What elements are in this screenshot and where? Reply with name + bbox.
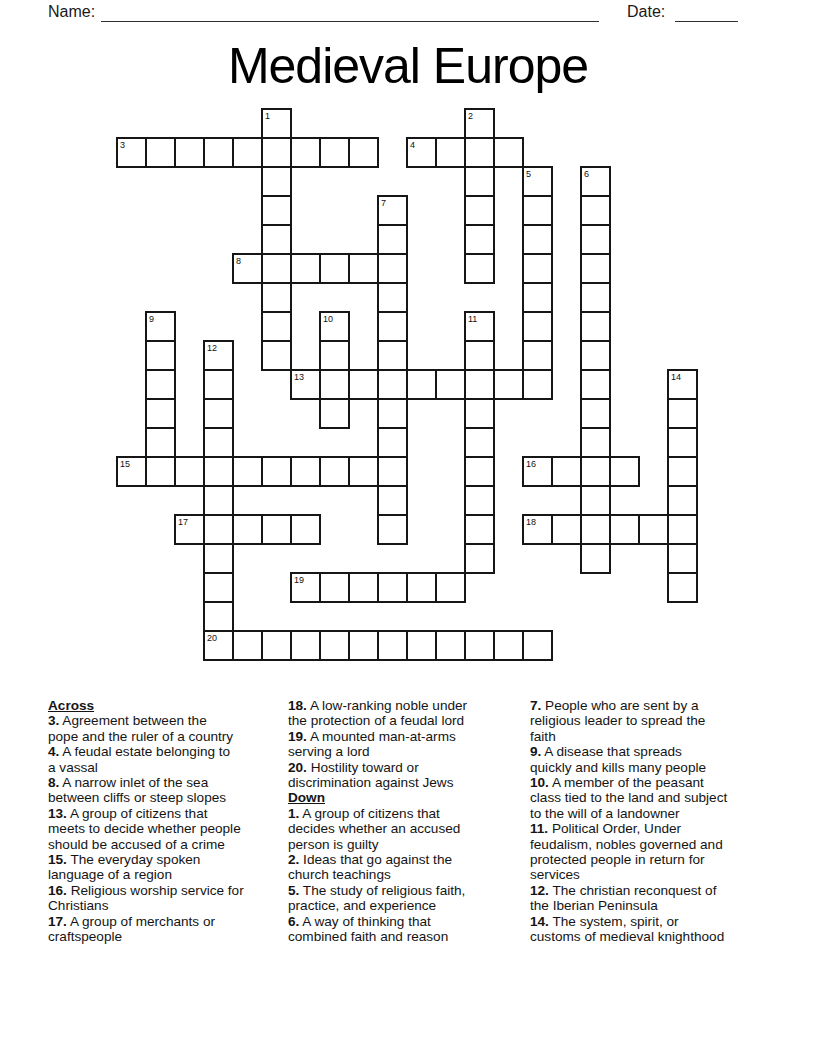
cell-clue-number: 11 [468,314,477,324]
grid-cell[interactable] [464,166,495,197]
grid-cell[interactable] [667,485,698,516]
grid-cell[interactable] [319,253,350,284]
grid-cell[interactable] [464,543,495,574]
grid-cell[interactable] [348,456,379,487]
grid-cell[interactable] [580,195,611,226]
grid-cell[interactable] [377,456,408,487]
across-header: Across [48,698,300,713]
worksheet-page: Name: Date: Medieval Europe 123456789101… [0,0,816,1056]
grid-cell[interactable] [377,514,408,545]
clue-across-18: 18. A low-ranking noble underthe protect… [288,698,536,729]
grid-cell[interactable] [203,456,234,487]
cell-clue-number: 5 [526,169,531,179]
grid-cell[interactable]: 11 [464,311,495,342]
grid-cell[interactable] [319,456,350,487]
grid-cell[interactable] [522,630,553,661]
grid-cell[interactable] [522,253,553,284]
grid-cell[interactable] [261,340,292,371]
grid-cell[interactable] [667,456,698,487]
grid-cell[interactable] [667,514,698,545]
grid-cell[interactable] [464,137,495,168]
grid-cell[interactable]: 7 [377,195,408,226]
clue-down-1: 1. A group of citizens thatdecides wheth… [288,806,536,852]
grid-cell[interactable] [406,572,437,603]
grid-cell[interactable] [145,369,176,400]
grid-cell[interactable] [580,253,611,284]
grid-cell[interactable]: 14 [667,369,698,400]
grid-cell[interactable] [145,137,176,168]
grid-cell[interactable] [261,282,292,313]
cell-clue-number: 19 [294,575,304,585]
grid-cell[interactable] [522,369,553,400]
puzzle-title: Medieval Europe [0,40,816,92]
grid-cell[interactable] [609,514,640,545]
clue-across-13: 13. A group of citizens thatmeets to dec… [48,806,300,852]
grid-cell[interactable] [522,282,553,313]
grid-cell[interactable]: 9 [145,311,176,342]
clue-across-3: 3. Agreement between thepope and the rul… [48,713,300,744]
grid-cell[interactable] [522,195,553,226]
down-header: Down [288,790,536,805]
clue-down-2: 2. Ideas that go against thechurch teach… [288,852,536,883]
grid-cell[interactable]: 1 [261,108,292,139]
grid-cell[interactable] [580,398,611,429]
cell-clue-number: 1 [265,111,270,121]
grid-cell[interactable] [551,514,582,545]
crossword-grid: 1234567891011121314151617181920 [116,108,700,663]
clue-across-4: 4. A feudal estate belonging toa vassal [48,744,300,775]
grid-cell[interactable] [667,427,698,458]
grid-cell[interactable] [580,224,611,255]
grid-cell[interactable] [348,137,379,168]
grid-cell[interactable] [290,456,321,487]
grid-cell[interactable] [609,456,640,487]
cell-clue-number: 10 [323,314,333,324]
clue-down-11: 11. Political Order, Underfeudalism, nob… [530,821,792,883]
grid-cell[interactable] [406,369,437,400]
grid-cell[interactable] [464,514,495,545]
grid-cell[interactable] [319,572,350,603]
grid-cell[interactable]: 13 [290,369,321,400]
grid-cell[interactable] [290,253,321,284]
grid-cell[interactable] [377,253,408,284]
grid-cell[interactable] [522,311,553,342]
grid-cell[interactable] [522,224,553,255]
grid-cell[interactable] [464,253,495,284]
grid-cell[interactable] [435,369,466,400]
grid-cell[interactable] [174,137,205,168]
grid-cell[interactable] [348,253,379,284]
grid-cell[interactable] [348,369,379,400]
grid-cell[interactable] [464,398,495,429]
grid-cell[interactable] [493,369,524,400]
grid-cell[interactable] [580,282,611,313]
grid-cell[interactable]: 20 [203,630,234,661]
cell-clue-number: 6 [584,169,589,179]
cell-clue-number: 18 [526,517,536,527]
clue-down-7: 7. People who are sent by areligious lea… [530,698,792,744]
grid-cell[interactable] [174,456,205,487]
grid-cell[interactable] [377,398,408,429]
grid-cell[interactable] [377,340,408,371]
clue-across-16: 16. Religious worship service forChristi… [48,883,300,914]
grid-cell[interactable] [145,340,176,371]
cell-clue-number: 15 [120,459,130,469]
grid-cell[interactable] [580,369,611,400]
grid-cell[interactable] [580,456,611,487]
grid-cell[interactable] [464,630,495,661]
grid-cell[interactable] [261,224,292,255]
grid-cell[interactable] [290,630,321,661]
cell-clue-number: 20 [207,633,217,643]
grid-cell[interactable] [145,456,176,487]
grid-cell[interactable] [232,514,263,545]
grid-cell[interactable] [464,485,495,516]
grid-cell[interactable] [145,398,176,429]
grid-cell[interactable] [290,137,321,168]
grid-cell[interactable] [203,427,234,458]
clue-across-19: 19. A mounted man-at-armsserving a lord [288,729,536,760]
cell-clue-number: 9 [149,314,154,324]
grid-cell[interactable] [203,369,234,400]
clue-down-5: 5. The study of religious faith,practice… [288,883,536,914]
grid-cell[interactable] [261,514,292,545]
cell-clue-number: 14 [671,372,681,382]
grid-cell[interactable]: 6 [580,166,611,197]
grid-cell[interactable]: 15 [116,456,147,487]
grid-cell[interactable] [667,543,698,574]
grid-cell[interactable] [261,166,292,197]
grid-cell[interactable]: 3 [116,137,147,168]
clue-down-12: 12. The christian reconquest ofthe Iberi… [530,883,792,914]
clue-down-10: 10. A member of the peasantclass tied to… [530,775,792,821]
grid-cell[interactable] [377,485,408,516]
grid-cell[interactable] [667,398,698,429]
grid-cell[interactable]: 17 [174,514,205,545]
date-label: Date: [627,3,665,21]
grid-cell[interactable] [377,311,408,342]
grid-cell[interactable] [377,572,408,603]
grid-cell[interactable] [377,224,408,255]
grid-cell[interactable] [348,630,379,661]
grid-cell[interactable] [464,369,495,400]
clue-down-9: 9. A disease that spreadsquickly and kil… [530,744,792,775]
grid-cell[interactable] [580,514,611,545]
grid-cell[interactable] [377,630,408,661]
grid-cell[interactable] [261,456,292,487]
date-input-line[interactable] [675,6,738,22]
grid-cell[interactable] [203,601,234,632]
grid-cell[interactable]: 12 [203,340,234,371]
cell-clue-number: 13 [294,372,304,382]
grid-cell[interactable] [232,630,263,661]
name-input-line[interactable] [101,6,599,22]
cell-clue-number: 12 [207,343,217,353]
grid-cell[interactable]: 4 [406,137,437,168]
grid-cell[interactable]: 8 [232,253,263,284]
clue-across-8: 8. A narrow inlet of the seabetween clif… [48,775,300,806]
grid-cell[interactable] [377,282,408,313]
clue-column-down: 7. People who are sent by areligious lea… [530,698,792,945]
grid-cell[interactable] [319,398,350,429]
grid-cell[interactable] [319,137,350,168]
grid-cell[interactable] [493,137,524,168]
grid-cell[interactable] [261,195,292,226]
clue-across-20: 20. Hostility toward ordiscrimination ag… [288,760,536,791]
grid-cell[interactable] [261,630,292,661]
clue-column-middle: 18. A low-ranking noble underthe protect… [288,698,536,945]
grid-cell[interactable] [580,485,611,516]
grid-cell[interactable]: 19 [290,572,321,603]
clue-across-15: 15. The everyday spokenlanguage of a reg… [48,852,300,883]
grid-cell[interactable] [348,572,379,603]
grid-cell[interactable] [435,572,466,603]
name-label: Name: [48,3,95,21]
grid-cell[interactable] [203,485,234,516]
grid-cell[interactable] [464,195,495,226]
grid-cell[interactable] [232,137,263,168]
grid-cell[interactable] [435,137,466,168]
grid-cell[interactable] [203,543,234,574]
grid-cell[interactable] [290,514,321,545]
grid-cell[interactable] [203,514,234,545]
grid-cell[interactable] [580,543,611,574]
grid-cell[interactable] [580,427,611,458]
grid-cell[interactable]: 18 [522,514,553,545]
grid-cell[interactable] [232,456,263,487]
clue-column-across: Across3. Agreement between thepope and t… [48,698,300,945]
cell-clue-number: 17 [178,517,188,527]
grid-cell[interactable] [464,224,495,255]
grid-cell[interactable] [319,369,350,400]
grid-cell[interactable] [638,514,669,545]
grid-cell[interactable] [203,137,234,168]
grid-cell[interactable] [580,340,611,371]
cell-clue-number: 4 [410,140,415,150]
clue-down-14: 14. The system, spirit, orcustoms of med… [530,914,792,945]
grid-cell[interactable] [464,427,495,458]
grid-cell[interactable] [435,630,466,661]
grid-cell[interactable]: 2 [464,108,495,139]
grid-cell[interactable] [377,369,408,400]
clue-across-17: 17. A group of merchants orcraftspeople [48,914,300,945]
grid-cell[interactable] [464,340,495,371]
grid-cell[interactable] [261,253,292,284]
cell-clue-number: 8 [236,256,241,266]
cell-clue-number: 16 [526,459,536,469]
grid-cell[interactable]: 10 [319,311,350,342]
cell-clue-number: 3 [120,140,125,150]
grid-cell[interactable] [261,311,292,342]
grid-cell[interactable] [551,456,582,487]
grid-cell[interactable] [667,572,698,603]
grid-cell[interactable] [580,311,611,342]
grid-cell[interactable] [493,630,524,661]
grid-cell[interactable] [261,137,292,168]
grid-cell[interactable] [319,630,350,661]
grid-cell[interactable] [203,572,234,603]
grid-cell[interactable] [377,427,408,458]
clue-down-6: 6. A way of thinking thatcombined faith … [288,914,536,945]
grid-cell[interactable] [406,630,437,661]
grid-cell[interactable] [319,340,350,371]
grid-cell[interactable] [145,427,176,458]
grid-cell[interactable] [203,398,234,429]
grid-cell[interactable]: 16 [522,456,553,487]
grid-cell[interactable] [522,340,553,371]
grid-cell[interactable]: 5 [522,166,553,197]
cell-clue-number: 7 [381,198,386,208]
cell-clue-number: 2 [468,111,473,121]
grid-cell[interactable] [464,456,495,487]
